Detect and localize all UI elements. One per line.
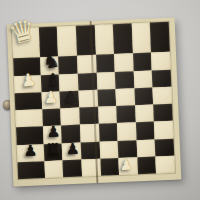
- black-rook: ♜: [45, 141, 61, 159]
- square-a8[interactable]: ♛: [12, 27, 40, 58]
- square-a1[interactable]: [17, 161, 45, 179]
- square-d6[interactable]: [78, 73, 97, 91]
- square-g3[interactable]: [136, 122, 155, 140]
- square-f1[interactable]: ♟: [119, 157, 138, 175]
- square-c3[interactable]: [61, 125, 80, 143]
- black-pawn: ♟: [66, 141, 80, 157]
- square-d4[interactable]: [79, 107, 98, 125]
- square-e1[interactable]: [100, 158, 119, 176]
- white-pawn: ♟: [43, 89, 58, 106]
- square-b6[interactable]: ♝: [41, 74, 60, 92]
- square-g4[interactable]: [135, 105, 154, 123]
- square-c6[interactable]: [59, 74, 78, 92]
- square-f2[interactable]: [118, 140, 137, 158]
- square-a4[interactable]: [15, 110, 43, 128]
- square-e4[interactable]: [98, 106, 117, 124]
- square-a2[interactable]: ♟: [17, 144, 45, 162]
- square-h5[interactable]: [153, 87, 172, 105]
- square-g5[interactable]: [134, 88, 153, 106]
- square-g1[interactable]: [137, 156, 156, 174]
- square-b3[interactable]: ♟: [43, 126, 62, 144]
- square-e8[interactable]: [94, 24, 114, 55]
- square-b5[interactable]: ♟: [41, 92, 60, 110]
- square-d2[interactable]: [81, 141, 100, 159]
- square-d7[interactable]: [77, 55, 96, 74]
- black-pawn: ♟: [46, 124, 60, 140]
- square-c4[interactable]: [61, 108, 80, 126]
- square-c1[interactable]: [63, 159, 82, 177]
- chess-board: ♛♞♟♝♟♟♟♟♜♟♟: [7, 18, 182, 187]
- square-h1[interactable]: [156, 156, 175, 174]
- black-pawn: ♟: [23, 143, 37, 159]
- square-b7[interactable]: ♞: [40, 56, 59, 75]
- square-b2[interactable]: ♜: [44, 143, 63, 161]
- square-b8[interactable]: [39, 26, 59, 57]
- white-pawn: ♟: [119, 157, 133, 173]
- square-g8[interactable]: [132, 23, 152, 54]
- square-e7[interactable]: [96, 54, 115, 73]
- square-f3[interactable]: [117, 123, 136, 141]
- square-g7[interactable]: [133, 53, 152, 72]
- square-e2[interactable]: [99, 141, 118, 159]
- square-d5[interactable]: [79, 90, 98, 108]
- square-f7[interactable]: [114, 53, 133, 72]
- square-g2[interactable]: [136, 139, 155, 157]
- square-d1[interactable]: [81, 159, 100, 177]
- square-h8[interactable]: [150, 22, 170, 53]
- square-f8[interactable]: [113, 23, 133, 54]
- square-h4[interactable]: [154, 104, 173, 122]
- square-a3[interactable]: [16, 127, 44, 145]
- square-f5[interactable]: [116, 88, 135, 106]
- square-f6[interactable]: [115, 71, 134, 89]
- square-a6[interactable]: ♟: [14, 75, 42, 93]
- square-a7[interactable]: [13, 57, 41, 76]
- square-e5[interactable]: [97, 89, 116, 107]
- square-b4[interactable]: [42, 109, 61, 127]
- board-grid: ♛♞♟♝♟♟♟♟♜♟♟: [12, 22, 175, 179]
- square-c2[interactable]: ♟: [62, 142, 81, 160]
- square-h2[interactable]: [155, 138, 174, 156]
- square-e3[interactable]: [99, 124, 118, 142]
- black-pawn: ♟: [64, 90, 78, 106]
- square-c8[interactable]: [57, 26, 77, 57]
- square-c7[interactable]: [59, 56, 78, 75]
- square-h3[interactable]: [154, 121, 173, 139]
- square-c5[interactable]: ♟: [60, 91, 79, 109]
- square-g6[interactable]: [134, 71, 153, 89]
- square-a5[interactable]: [15, 92, 43, 110]
- square-d8[interactable]: [76, 25, 96, 56]
- square-h7[interactable]: [151, 52, 170, 71]
- square-e6[interactable]: [96, 72, 115, 90]
- square-h6[interactable]: [152, 70, 171, 88]
- square-b1[interactable]: [44, 160, 63, 178]
- square-d3[interactable]: [80, 124, 99, 142]
- white-queen: ♛: [6, 14, 40, 50]
- square-f4[interactable]: [116, 106, 135, 124]
- photo-scene: ♛♞♟♝♟♟♟♟♜♟♟: [0, 0, 200, 200]
